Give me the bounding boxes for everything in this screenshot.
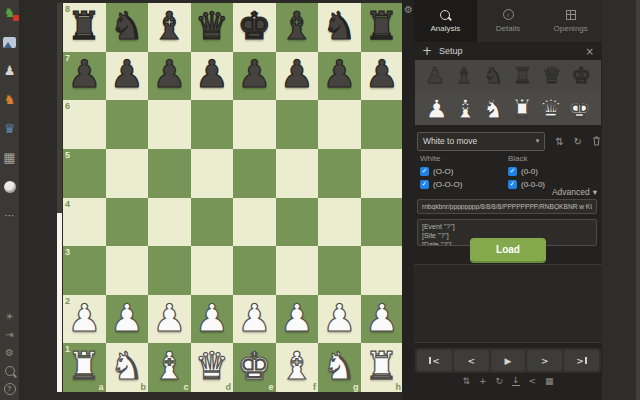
black-palette-row: ♟♝♞♜♛♚ bbox=[415, 60, 601, 93]
square-g5[interactable] bbox=[318, 149, 361, 198]
white-kingside-label: (O-O) bbox=[433, 167, 453, 176]
square-b3[interactable] bbox=[106, 246, 149, 295]
pgn-line: [Event "?"] bbox=[422, 222, 592, 231]
square-f2[interactable]: ♟ bbox=[276, 295, 319, 344]
question-pawn-icon[interactable]: ♟ bbox=[3, 64, 17, 78]
white-knight[interactable]: ♞ bbox=[322, 347, 356, 385]
checkbox-checked-icon: ✓ bbox=[508, 180, 517, 189]
page-background-edge bbox=[602, 0, 640, 400]
square-h7[interactable]: ♟ bbox=[361, 52, 404, 101]
notification-badge bbox=[13, 15, 19, 21]
openings-box-icon bbox=[566, 10, 576, 20]
black-pawn[interactable]: ♟ bbox=[67, 55, 101, 93]
square-f7[interactable]: ♟ bbox=[276, 52, 319, 101]
square-e8[interactable]: ♚ bbox=[233, 3, 276, 52]
square-b4[interactable] bbox=[106, 198, 149, 247]
go-to-start-button[interactable]: < bbox=[417, 350, 452, 371]
square-f3[interactable] bbox=[276, 246, 319, 295]
panel-toggle-icon[interactable]: ⇥ bbox=[3, 328, 17, 342]
file-label: c bbox=[183, 382, 188, 392]
square-e1[interactable]: e♚ bbox=[233, 343, 276, 392]
square-a3[interactable]: 3 bbox=[63, 246, 106, 295]
square-f6[interactable] bbox=[276, 100, 319, 149]
square-e3[interactable] bbox=[233, 246, 276, 295]
load-button[interactable]: Load bbox=[470, 238, 546, 261]
close-setup-icon[interactable]: × bbox=[586, 46, 594, 57]
board-app-icon[interactable]: ▦ bbox=[3, 151, 17, 165]
advanced-label: Advanced bbox=[552, 187, 590, 197]
square-b6[interactable] bbox=[106, 100, 149, 149]
square-c8[interactable]: ♝ bbox=[148, 3, 191, 52]
checkbox-checked-icon: ✓ bbox=[508, 167, 517, 176]
square-d3[interactable] bbox=[191, 246, 234, 295]
settings-gear-icon[interactable]: ⚙ bbox=[3, 346, 17, 360]
file-label: f bbox=[313, 382, 316, 392]
tab-openings[interactable]: Openings bbox=[539, 0, 602, 42]
black-knight[interactable]: ♞ bbox=[110, 7, 144, 45]
white-castling-label: White bbox=[420, 154, 462, 163]
flip-board-icon[interactable]: ⇅ bbox=[462, 376, 470, 386]
white-pawn[interactable]: ♟ bbox=[152, 299, 186, 337]
white-ball-icon[interactable] bbox=[3, 180, 17, 194]
side-to-move-row: White to move ▾ ⇅ ↻ bbox=[417, 131, 601, 151]
swap-colors-icon[interactable]: ⇅ bbox=[555, 136, 563, 147]
square-h4[interactable] bbox=[361, 198, 404, 247]
black-bishop[interactable]: ♝ bbox=[152, 7, 186, 45]
move-list bbox=[414, 264, 602, 343]
palette-white-queen[interactable]: ♛ bbox=[539, 96, 562, 122]
setup-title: Setup bbox=[439, 46, 463, 56]
square-h3[interactable] bbox=[361, 246, 404, 295]
square-g3[interactable] bbox=[318, 246, 361, 295]
palette-black-king[interactable]: ♚ bbox=[571, 65, 591, 87]
black-pawn[interactable]: ♟ bbox=[365, 55, 399, 93]
white-knight[interactable]: ♞ bbox=[110, 347, 144, 385]
black-pawn[interactable]: ♟ bbox=[280, 55, 314, 93]
chevron-down-icon: ▾ bbox=[536, 137, 540, 145]
blue-piece-icon[interactable]: ♛ bbox=[3, 122, 17, 136]
square-g2[interactable]: ♟ bbox=[318, 295, 361, 344]
square-e6[interactable] bbox=[233, 100, 276, 149]
palette-white-pawn[interactable]: ♟ bbox=[425, 96, 448, 122]
tab-analysis[interactable]: Analysis bbox=[414, 0, 477, 42]
black-castling-label: Black bbox=[508, 154, 545, 163]
chevron-left-icon: < bbox=[467, 356, 475, 366]
checkbox-checked-icon: ✓ bbox=[420, 167, 429, 176]
overflow-menu-icon[interactable]: ⋯ bbox=[3, 209, 17, 223]
square-g6[interactable] bbox=[318, 100, 361, 149]
add-icon[interactable]: + bbox=[479, 376, 487, 386]
go-to-end-button[interactable]: > bbox=[564, 350, 599, 371]
white-pawn[interactable]: ♟ bbox=[195, 299, 229, 337]
square-g1[interactable]: g♞ bbox=[318, 343, 361, 392]
page-scrollbar[interactable] bbox=[636, 0, 640, 400]
square-h6[interactable] bbox=[361, 100, 404, 149]
file-label: a bbox=[98, 382, 103, 392]
bar-icon bbox=[429, 357, 431, 364]
tab-openings-label: Openings bbox=[554, 24, 588, 33]
play-icon: ▶ bbox=[505, 356, 512, 366]
analysis-panel: ⚙ Analysis i Details Openings + Setup × … bbox=[402, 0, 602, 400]
castling-options: White ✓ (O-O) ✓ (O-O-O) Black ✓ (0-0) ✓ bbox=[420, 154, 600, 186]
reset-position-icon[interactable]: ↻ bbox=[574, 136, 582, 147]
side-to-move-value: White to move bbox=[423, 136, 477, 146]
square-h1[interactable]: h♜ bbox=[361, 343, 404, 392]
tab-bar: Analysis i Details Openings bbox=[414, 0, 602, 42]
square-d2[interactable]: ♟ bbox=[191, 295, 234, 344]
white-kingside-checkbox[interactable]: ✓ (O-O) bbox=[420, 167, 462, 176]
white-palette-row: ♟♝♞♜♛♚ bbox=[415, 93, 601, 126]
square-f8[interactable]: ♝ bbox=[276, 3, 319, 52]
file-label: e bbox=[268, 382, 273, 392]
square-d4[interactable] bbox=[191, 198, 234, 247]
square-e2[interactable]: ♟ bbox=[233, 295, 276, 344]
rank-label: 1 bbox=[65, 344, 70, 354]
footer-icons: ⇅ + ↻ ↓ < ▦ bbox=[414, 376, 602, 386]
square-b5[interactable] bbox=[106, 149, 149, 198]
clear-board-button[interactable] bbox=[592, 136, 601, 146]
square-f4[interactable] bbox=[276, 198, 319, 247]
fen-input[interactable] bbox=[417, 199, 597, 214]
black-queen[interactable]: ♛ bbox=[195, 7, 229, 45]
square-a2[interactable]: 2♟ bbox=[63, 295, 106, 344]
refresh-icon[interactable]: ↻ bbox=[495, 376, 503, 386]
square-a4[interactable]: 4 bbox=[63, 198, 106, 247]
white-pawn[interactable]: ♟ bbox=[237, 299, 271, 337]
step-back-button[interactable]: < bbox=[454, 350, 489, 371]
download-icon[interactable]: ↓ bbox=[512, 376, 520, 386]
file-label: g bbox=[353, 382, 359, 392]
square-c2[interactable]: ♟ bbox=[148, 295, 191, 344]
chevron-right-icon: > bbox=[541, 356, 549, 366]
eval-bar bbox=[57, 3, 62, 392]
trash-icon bbox=[592, 136, 601, 146]
square-a5[interactable]: 5 bbox=[63, 149, 106, 198]
file-label: d bbox=[226, 382, 232, 392]
white-pawn[interactable]: ♟ bbox=[365, 299, 399, 337]
white-queenside-label: (O-O-O) bbox=[433, 180, 462, 189]
rank-label: 8 bbox=[65, 4, 70, 14]
black-queenside-label: (0-0-0) bbox=[521, 180, 545, 189]
square-e5[interactable] bbox=[233, 149, 276, 198]
black-rook[interactable]: ♜ bbox=[67, 7, 101, 45]
white-queen[interactable]: ♛ bbox=[195, 347, 229, 385]
black-queenside-checkbox[interactable]: ✓ (0-0-0) bbox=[508, 180, 545, 189]
help-icon[interactable]: ? bbox=[3, 382, 17, 396]
white-rook[interactable]: ♜ bbox=[67, 347, 101, 385]
square-c3[interactable] bbox=[148, 246, 191, 295]
square-d5[interactable] bbox=[191, 149, 234, 198]
rank-label: 6 bbox=[65, 101, 70, 111]
black-pawn[interactable]: ♟ bbox=[195, 55, 229, 93]
black-pawn[interactable]: ♟ bbox=[152, 55, 186, 93]
rank-label: 7 bbox=[65, 53, 70, 63]
square-c5[interactable] bbox=[148, 149, 191, 198]
chess-extension-icon[interactable]: ♞ bbox=[3, 6, 17, 20]
white-rook[interactable]: ♜ bbox=[365, 347, 399, 385]
white-king[interactable]: ♚ bbox=[237, 347, 271, 385]
square-b1[interactable]: b♞ bbox=[106, 343, 149, 392]
square-b7[interactable]: ♟ bbox=[106, 52, 149, 101]
save-board-icon[interactable]: ▦ bbox=[545, 376, 554, 386]
square-a8[interactable]: 8♜ bbox=[63, 3, 106, 52]
file-label: b bbox=[141, 382, 147, 392]
white-castling-column: White ✓ (O-O) ✓ (O-O-O) bbox=[420, 154, 462, 193]
black-pawn[interactable]: ♟ bbox=[237, 55, 271, 93]
add-setup-icon[interactable]: + bbox=[422, 44, 432, 58]
rank-label: 4 bbox=[65, 199, 70, 209]
square-g7[interactable]: ♟ bbox=[318, 52, 361, 101]
black-castling-column: Black ✓ (0-0) ✓ (0-0-0) bbox=[508, 154, 545, 193]
nav-controls: < < ▶ > > bbox=[415, 348, 601, 373]
square-a6[interactable]: 6 bbox=[63, 100, 106, 149]
black-king[interactable]: ♚ bbox=[237, 7, 271, 45]
palette-white-king[interactable]: ♚ bbox=[568, 96, 591, 122]
side-to-move-select[interactable]: White to move ▾ bbox=[417, 132, 545, 151]
white-pawn[interactable]: ♟ bbox=[322, 299, 356, 337]
tab-details-label: Details bbox=[496, 24, 520, 33]
palette-black-queen[interactable]: ♛ bbox=[542, 65, 562, 87]
tab-analysis-label: Analysis bbox=[430, 24, 460, 33]
white-queenside-checkbox[interactable]: ✓ (O-O-O) bbox=[420, 180, 462, 189]
checkbox-checked-icon: ✓ bbox=[420, 180, 429, 189]
palette-black-knight[interactable]: ♞ bbox=[484, 65, 504, 87]
palette-white-knight[interactable]: ♞ bbox=[482, 96, 505, 122]
white-pawn[interactable]: ♟ bbox=[67, 299, 101, 337]
advanced-chevron-icon: ▾ bbox=[593, 187, 597, 197]
toolbar-top-icons: ♞♟♞♛▦⋯ bbox=[3, 6, 17, 223]
square-g8[interactable]: ♞ bbox=[318, 3, 361, 52]
chevron-right-icon: > bbox=[576, 356, 584, 366]
chevron-left-icon: < bbox=[432, 356, 440, 366]
square-b8[interactable]: ♞ bbox=[106, 3, 149, 52]
step-forward-button[interactable]: > bbox=[527, 350, 562, 371]
square-c1[interactable]: c♝ bbox=[148, 343, 191, 392]
app-window: ♞♟♞♛▦⋯ ☀⇥⚙? 8♜♞♝♛♚♝♞♜7♟♟♟♟♟♟♟♟65432♟♟♟♟♟… bbox=[0, 0, 640, 400]
setup-header: + Setup × bbox=[414, 42, 602, 60]
square-d7[interactable]: ♟ bbox=[191, 52, 234, 101]
black-pawn[interactable]: ♟ bbox=[322, 55, 356, 93]
palette-black-pawn[interactable]: ♟ bbox=[425, 65, 445, 87]
black-knight[interactable]: ♞ bbox=[322, 7, 356, 45]
white-bishop[interactable]: ♝ bbox=[280, 347, 314, 385]
square-h8[interactable]: ♜ bbox=[361, 3, 404, 52]
black-kingside-label: (0-0) bbox=[521, 167, 538, 176]
piece-palette: ♟♝♞♜♛♚♟♝♞♜♛♚ bbox=[415, 60, 601, 125]
white-bishop[interactable]: ♝ bbox=[152, 347, 186, 385]
toolbar-bottom-icons: ☀⇥⚙? bbox=[3, 310, 17, 396]
white-pawn[interactable]: ♟ bbox=[280, 299, 314, 337]
search-icon[interactable] bbox=[3, 364, 17, 378]
browser-toolbar: ♞♟♞♛▦⋯ ☀⇥⚙? bbox=[0, 0, 19, 400]
chess-board: 8♜♞♝♛♚♝♞♜7♟♟♟♟♟♟♟♟65432♟♟♟♟♟♟♟♟1a♜b♞c♝d♛… bbox=[63, 3, 403, 392]
square-c6[interactable] bbox=[148, 100, 191, 149]
eval-bar-white-section bbox=[57, 213, 62, 392]
rank-label: 2 bbox=[65, 296, 70, 306]
square-h2[interactable]: ♟ bbox=[361, 295, 404, 344]
palette-black-bishop[interactable]: ♝ bbox=[454, 65, 474, 87]
square-d8[interactable]: ♛ bbox=[191, 3, 234, 52]
brightness-icon[interactable]: ☀ bbox=[3, 310, 17, 324]
black-pawn[interactable]: ♟ bbox=[110, 55, 144, 93]
palette-black-rook[interactable]: ♜ bbox=[513, 65, 533, 87]
square-e4[interactable] bbox=[233, 198, 276, 247]
square-g4[interactable] bbox=[318, 198, 361, 247]
square-c7[interactable]: ♟ bbox=[148, 52, 191, 101]
advanced-toggle[interactable]: Advanced ▾ bbox=[552, 187, 597, 197]
square-a1[interactable]: 1a♜ bbox=[63, 343, 106, 392]
orange-knight-icon[interactable]: ♞ bbox=[3, 93, 17, 107]
share-icon[interactable]: < bbox=[529, 376, 537, 386]
black-kingside-checkbox[interactable]: ✓ (0-0) bbox=[508, 167, 545, 176]
black-bishop[interactable]: ♝ bbox=[280, 7, 314, 45]
rank-label: 3 bbox=[65, 247, 70, 257]
square-h5[interactable] bbox=[361, 149, 404, 198]
square-c4[interactable] bbox=[148, 198, 191, 247]
file-label: h bbox=[396, 382, 402, 392]
palette-white-bishop[interactable]: ♝ bbox=[454, 96, 477, 122]
rank-label: 5 bbox=[65, 150, 70, 160]
white-pawn[interactable]: ♟ bbox=[110, 299, 144, 337]
square-f5[interactable] bbox=[276, 149, 319, 198]
details-info-icon: i bbox=[503, 9, 514, 20]
tab-details[interactable]: i Details bbox=[477, 0, 540, 42]
play-button[interactable]: ▶ bbox=[491, 350, 526, 371]
square-d1[interactable]: d♛ bbox=[191, 343, 234, 392]
analysis-magnifier-icon bbox=[440, 10, 450, 20]
panel-gear-icon[interactable]: ⚙ bbox=[404, 4, 413, 15]
black-rook[interactable]: ♜ bbox=[365, 7, 399, 45]
palette-white-rook[interactable]: ♜ bbox=[511, 96, 534, 122]
bar-icon bbox=[585, 357, 587, 364]
square-a7[interactable]: 7♟ bbox=[63, 52, 106, 101]
square-d6[interactable] bbox=[191, 100, 234, 149]
square-e7[interactable]: ♟ bbox=[233, 52, 276, 101]
square-b2[interactable]: ♟ bbox=[106, 295, 149, 344]
photo-icon[interactable] bbox=[3, 35, 17, 49]
square-f1[interactable]: f♝ bbox=[276, 343, 319, 392]
